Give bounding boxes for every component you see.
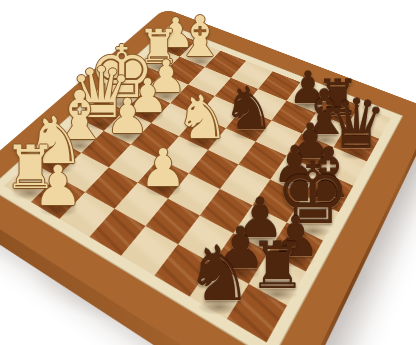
white-pawn-c4[interactable]: ♟ [137,142,189,194]
white-pawn-a2[interactable]: ♟ [30,159,85,214]
chess-set-photo: ♟♝♜♟♚♟♟♜♛♞♟♝♞♝♛♟♞♟♟♜♝♟♚♟♟♟♜♞ [0,0,416,345]
pieces-layer: ♟♝♜♟♚♟♟♜♛♞♟♝♞♝♛♟♞♟♟♜♝♟♚♟♟♟♜♞ [0,0,416,345]
black-knight-a7[interactable]: ♞ [181,237,257,313]
